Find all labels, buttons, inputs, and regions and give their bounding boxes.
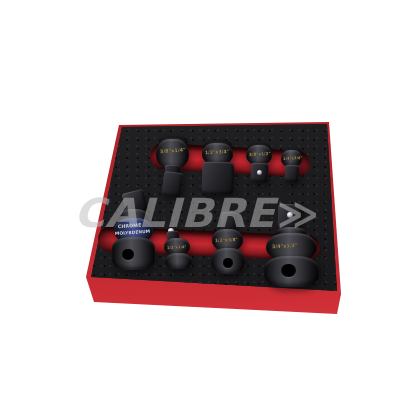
adapter-skirt	[165, 253, 192, 269]
cross-hole	[223, 258, 233, 268]
square-drive	[284, 165, 299, 183]
adapter-bottom-1-chrome-molybdenum: CHROME MOLYBDENUM	[111, 191, 157, 273]
adapter-top-4: 1/4"x3/8"	[281, 148, 305, 186]
adapter-top-2: 1/2"x3/4"	[201, 140, 237, 196]
ball-detent	[287, 212, 293, 218]
ball-detent	[257, 170, 262, 175]
square-drive	[162, 171, 184, 197]
adapter-bottom-2: 1/2"x1/4"	[164, 227, 192, 271]
adapter-bottom-4: 3/4"x1/2"	[264, 204, 320, 289]
adapter-bottom-3: 1/2"x3/8"	[211, 212, 246, 276]
adapter-top-3: 3/8"x1/2"	[246, 143, 274, 185]
square-drive	[202, 162, 235, 195]
foam-insert	[0, 0, 416, 416]
adapter-top-1: 3/8"x1/4"	[156, 135, 192, 199]
product-photo: 3/8"x1/4" 1/2"x3/4" 3/8"x1/2" 1/4"x3/8" …	[0, 0, 416, 416]
cross-hole	[122, 249, 134, 260]
cross-hole	[281, 264, 296, 277]
